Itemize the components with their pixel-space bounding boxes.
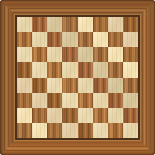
- square-d2[interactable]: [62, 108, 77, 123]
- square-a3[interactable]: [17, 93, 32, 108]
- square-h2[interactable]: [123, 108, 138, 123]
- square-b3[interactable]: [32, 93, 47, 108]
- board-frame-right: [138, 0, 155, 155]
- square-c2[interactable]: [47, 108, 62, 123]
- square-c6[interactable]: [47, 47, 62, 62]
- square-c5[interactable]: [47, 62, 62, 77]
- square-d6[interactable]: [62, 47, 77, 62]
- square-c7[interactable]: [47, 32, 62, 47]
- square-b8[interactable]: [32, 17, 47, 32]
- board-playfield: [15, 15, 140, 140]
- square-b4[interactable]: [32, 78, 47, 93]
- square-h3[interactable]: [123, 93, 138, 108]
- square-c1[interactable]: [47, 123, 62, 138]
- board-grid: [17, 17, 138, 138]
- square-f5[interactable]: [93, 62, 108, 77]
- square-d5[interactable]: [62, 62, 77, 77]
- square-g3[interactable]: [108, 93, 123, 108]
- square-f1[interactable]: [93, 123, 108, 138]
- square-h7[interactable]: [123, 32, 138, 47]
- square-h8[interactable]: [123, 17, 138, 32]
- square-b6[interactable]: [32, 47, 47, 62]
- square-a5[interactable]: [17, 62, 32, 77]
- square-h5[interactable]: [123, 62, 138, 77]
- square-b1[interactable]: [32, 123, 47, 138]
- square-d8[interactable]: [62, 17, 77, 32]
- square-d1[interactable]: [62, 123, 77, 138]
- square-b7[interactable]: [32, 32, 47, 47]
- square-c3[interactable]: [47, 93, 62, 108]
- square-h1[interactable]: [123, 123, 138, 138]
- square-d3[interactable]: [62, 93, 77, 108]
- square-f2[interactable]: [93, 108, 108, 123]
- square-h4[interactable]: [123, 78, 138, 93]
- square-a1[interactable]: [17, 123, 32, 138]
- square-e8[interactable]: [78, 17, 93, 32]
- chess-board: [0, 0, 155, 155]
- square-e1[interactable]: [78, 123, 93, 138]
- square-a8[interactable]: [17, 17, 32, 32]
- square-f6[interactable]: [93, 47, 108, 62]
- square-g8[interactable]: [108, 17, 123, 32]
- square-c8[interactable]: [47, 17, 62, 32]
- square-e4[interactable]: [78, 78, 93, 93]
- square-a4[interactable]: [17, 78, 32, 93]
- square-f3[interactable]: [93, 93, 108, 108]
- square-e2[interactable]: [78, 108, 93, 123]
- square-d7[interactable]: [62, 32, 77, 47]
- square-g6[interactable]: [108, 47, 123, 62]
- square-b5[interactable]: [32, 62, 47, 77]
- square-b2[interactable]: [32, 108, 47, 123]
- square-e6[interactable]: [78, 47, 93, 62]
- square-f8[interactable]: [93, 17, 108, 32]
- square-e7[interactable]: [78, 32, 93, 47]
- square-g7[interactable]: [108, 32, 123, 47]
- square-d4[interactable]: [62, 78, 77, 93]
- square-g2[interactable]: [108, 108, 123, 123]
- square-c4[interactable]: [47, 78, 62, 93]
- square-a2[interactable]: [17, 108, 32, 123]
- square-e5[interactable]: [78, 62, 93, 77]
- square-a7[interactable]: [17, 32, 32, 47]
- square-e3[interactable]: [78, 93, 93, 108]
- square-g4[interactable]: [108, 78, 123, 93]
- square-g5[interactable]: [108, 62, 123, 77]
- square-a6[interactable]: [17, 47, 32, 62]
- square-h6[interactable]: [123, 47, 138, 62]
- square-g1[interactable]: [108, 123, 123, 138]
- square-f4[interactable]: [93, 78, 108, 93]
- board-frame-bottom: [0, 138, 155, 155]
- square-f7[interactable]: [93, 32, 108, 47]
